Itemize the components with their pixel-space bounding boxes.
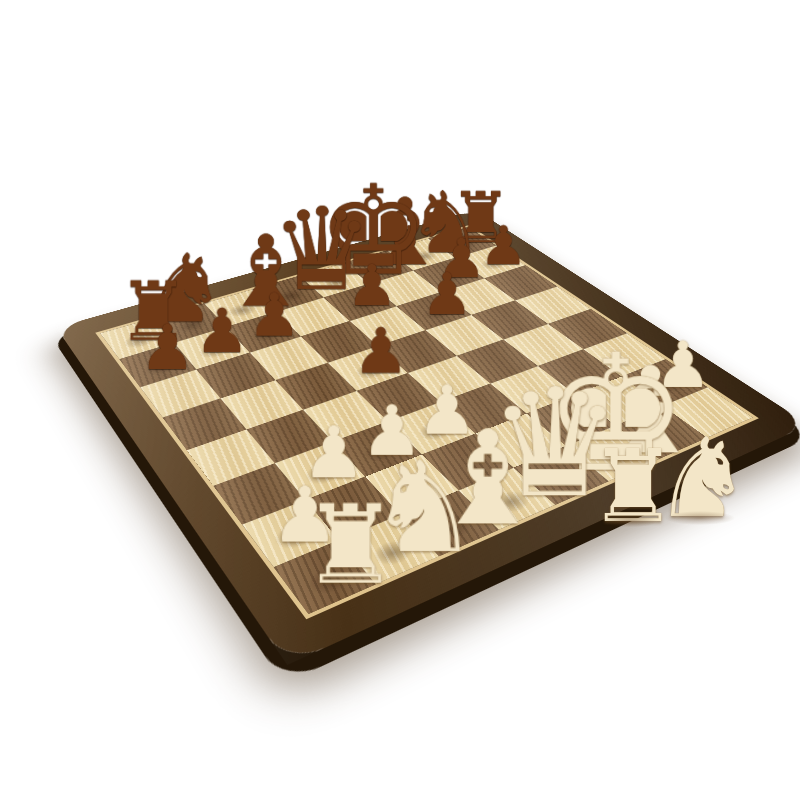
square-c5[interactable] <box>275 363 356 410</box>
piece-black-pawn-c7[interactable]: ♟ <box>246 286 303 345</box>
piece-black-pawn-b7[interactable]: ♟ <box>193 301 251 362</box>
piece-black-pawn-e7[interactable]: ♟ <box>345 257 399 314</box>
piece-white-rook-a1[interactable]: ♜ <box>302 490 379 599</box>
offboard-knight-shadow <box>650 508 750 528</box>
piece-black-pawn-a7[interactable]: ♟ <box>138 317 197 379</box>
piece-black-pawn-f6[interactable]: ♟ <box>420 266 475 324</box>
scene: ♜♞♝♛♚♝♞♜♟♟♟♟♟♟♟♟♟♟♟♟♟♜♞♝♛♚♝ ♜ ♞ <box>0 0 800 800</box>
piece-black-pawn-d5[interactable]: ♟ <box>351 320 411 383</box>
